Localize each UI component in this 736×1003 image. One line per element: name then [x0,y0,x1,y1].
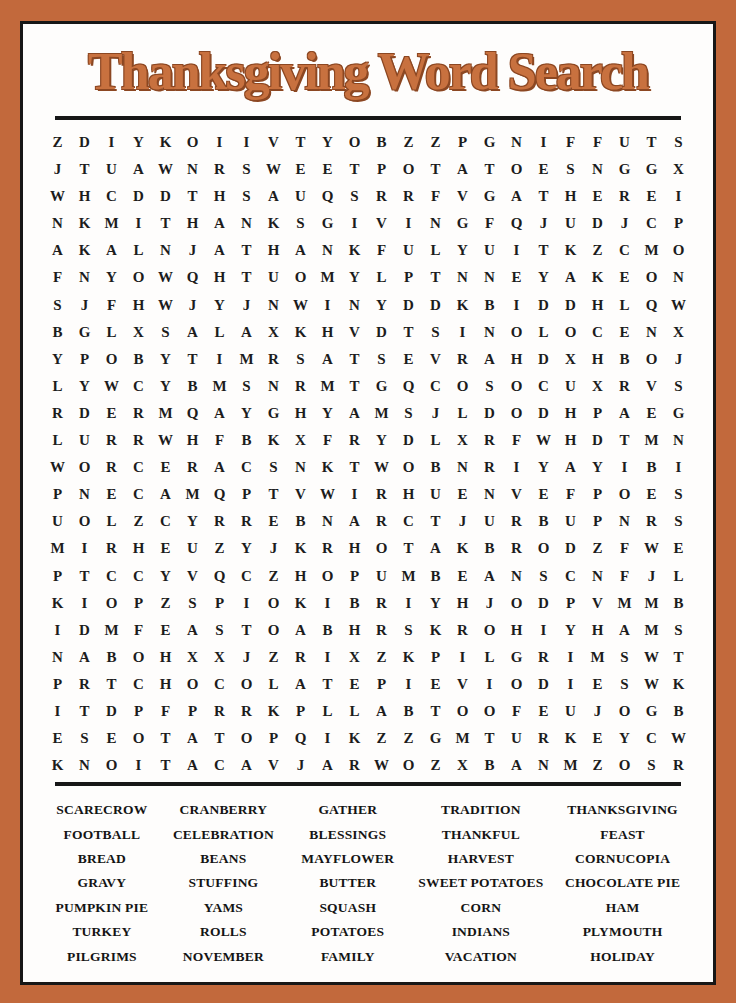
grid-cell: O [449,373,476,400]
grid-cell: J [422,400,449,427]
grid-cell: W [44,454,71,481]
grid-cell: W [638,671,665,698]
grid-cell: R [503,535,530,562]
grid-cell: Y [44,346,71,373]
word-list-column: CRANBERRYCELEBRATIONBEANSSTUFFINGYAMSROL… [163,798,284,969]
grid-cell: W [530,427,557,454]
grid-cell: H [584,617,611,644]
grid-cell: N [503,563,530,590]
grid-cell: C [125,454,152,481]
grid-cell: V [287,481,314,508]
grid-cell: H [287,400,314,427]
grid-cell: B [287,508,314,535]
grid-cell: G [638,156,665,183]
grid-cell: I [665,183,692,210]
grid-cell: N [665,264,692,291]
grid-cell: P [260,725,287,752]
grid-cell: K [287,590,314,617]
grid-cell: O [98,752,125,779]
grid-cell: I [449,319,476,346]
grid-cell: H [287,563,314,590]
grid-cell: I [665,454,692,481]
grid-cell: K [395,644,422,671]
grid-cell: C [422,373,449,400]
grid-cell: I [44,617,71,644]
grid-cell: A [44,237,71,264]
grid-cell: H [341,617,368,644]
grid-cell: F [476,210,503,237]
grid-cell: F [611,563,638,590]
grid-cell: N [449,454,476,481]
grid-cell: S [179,590,206,617]
word-item: YAMS [163,896,284,920]
grid-cell: T [341,373,368,400]
grid-cell: O [476,698,503,725]
grid-cell: M [638,427,665,454]
word-item: HARVEST [412,847,551,871]
grid-cell: R [341,752,368,779]
grid-cell: V [449,671,476,698]
grid-cell: V [341,319,368,346]
grid-cell: Y [422,590,449,617]
grid-cell: A [179,752,206,779]
grid-cell: R [125,400,152,427]
grid-cell: J [530,210,557,237]
grid-cell: I [341,210,368,237]
grid-cell: P [368,671,395,698]
grid-cell: C [638,725,665,752]
grid-cell: D [125,183,152,210]
grid-cell: N [260,292,287,319]
grid-cell: O [260,617,287,644]
grid-cell: A [476,346,503,373]
grid-cell: V [584,590,611,617]
grid-cell: A [476,563,503,590]
grid-cell: E [611,264,638,291]
grid-cell: Z [584,237,611,264]
grid-cell: V [260,752,287,779]
grid-cell: D [152,183,179,210]
grid-cell: Y [530,264,557,291]
grid-cell: H [179,210,206,237]
grid-cell: R [368,481,395,508]
grid-cell: R [341,427,368,454]
grid-cell: X [260,319,287,346]
grid-cell: Z [125,508,152,535]
word-list-column: SCARECROWFOOTBALLBREADGRAVYPUMPKIN PIETU… [47,798,157,969]
grid-cell: R [125,427,152,454]
grid-cell: O [395,752,422,779]
grid-cell: T [638,129,665,156]
grid-cell: Y [557,617,584,644]
grid-cell: F [611,535,638,562]
grid-cell: A [611,617,638,644]
grid-cell: G [368,373,395,400]
grid-cell: D [422,292,449,319]
grid-cell: Z [584,752,611,779]
word-item: TURKEY [47,920,157,944]
grid-cell: Z [422,752,449,779]
grid-cell: L [449,400,476,427]
word-item: FOOTBALL [47,823,157,847]
grid-cell: T [341,454,368,481]
grid-cell: D [557,535,584,562]
grid-cell: L [341,698,368,725]
grid-cell: R [611,183,638,210]
grid-cell: O [476,617,503,644]
grid-cell: Z [584,535,611,562]
grid-cell: K [665,671,692,698]
grid-cell: W [98,373,125,400]
grid-cell: E [260,508,287,535]
grid-cell: I [98,129,125,156]
grid-cell: B [611,346,638,373]
grid-cell: Q [395,373,422,400]
grid-cell: L [125,237,152,264]
grid-cell: B [368,129,395,156]
grid-cell: B [530,508,557,535]
grid-cell: T [665,644,692,671]
grid-cell: E [584,671,611,698]
grid-cell: N [530,752,557,779]
grid-cell: C [98,183,125,210]
grid-cell: P [206,590,233,617]
grid-cell: J [233,644,260,671]
grid-cell: S [611,644,638,671]
grid-cell: O [125,725,152,752]
grid-cell: F [557,129,584,156]
grid-cell: V [368,210,395,237]
grid-cell: G [638,698,665,725]
grid-cell: E [584,183,611,210]
grid-cell: T [71,563,98,590]
grid-cell: P [233,481,260,508]
grid-cell: J [665,346,692,373]
word-list-column: GATHERBLESSINGSMAYFLOWERBUTTERSQUASHPOTA… [290,798,406,969]
grid-cell: O [665,237,692,264]
grid-cell: G [611,156,638,183]
grid-cell: K [449,535,476,562]
grid-cell: J [71,292,98,319]
grid-cell: W [152,292,179,319]
grid-cell: I [530,129,557,156]
grid-cell: M [179,481,206,508]
grid-cell: O [233,725,260,752]
grid-cell: R [206,508,233,535]
grid-cell: A [449,156,476,183]
grid-cell: A [179,725,206,752]
grid-cell: T [179,346,206,373]
grid-cell: O [638,346,665,373]
grid-cell: C [125,563,152,590]
word-item: THANKSGIVING [556,798,689,822]
grid-cell: I [341,481,368,508]
grid-cell: S [395,400,422,427]
grid-cell: Z [152,590,179,617]
grid-cell: I [233,129,260,156]
grid-cell: P [125,698,152,725]
grid-cell: P [44,481,71,508]
grid-cell: A [206,210,233,237]
grid-cell: U [71,427,98,454]
grid-cell: E [530,481,557,508]
grid-cell: K [260,210,287,237]
grid-cell: R [449,346,476,373]
grid-cell: K [557,237,584,264]
grid-cell: O [179,671,206,698]
grid-cell: D [530,400,557,427]
grid-cell: T [71,698,98,725]
grid-cell: M [584,644,611,671]
grid-cell: E [395,346,422,373]
word-item: CRANBERRY [163,798,284,822]
grid-cell: D [530,292,557,319]
grid-cell: Q [206,563,233,590]
grid-cell: I [557,671,584,698]
grid-cell: J [260,535,287,562]
grid-cell: X [206,644,233,671]
grid-cell: B [44,319,71,346]
grid-cell: F [368,237,395,264]
grid-cell: H [179,427,206,454]
grid-cell: T [152,725,179,752]
grid-cell: T [341,156,368,183]
word-item: THANKFUL [412,823,551,847]
grid-cell: K [422,617,449,644]
grid-cell: L [368,264,395,291]
divider-line-bottom [55,782,681,786]
word-list-column: THANKSGIVINGFEASTCORNUCOPIACHOCOLATE PIE… [556,798,689,969]
grid-cell: B [98,644,125,671]
grid-cell: D [530,671,557,698]
grid-cell: E [152,617,179,644]
grid-cell: I [611,454,638,481]
grid-cell: T [476,725,503,752]
grid-cell: E [152,535,179,562]
grid-cell: C [125,373,152,400]
grid-cell: O [449,698,476,725]
grid-cell: A [314,346,341,373]
grid-cell: T [341,346,368,373]
grid-cell: Y [314,400,341,427]
grid-cell: M [206,373,233,400]
grid-cell: E [422,671,449,698]
grid-cell: S [44,292,71,319]
grid-cell: E [314,156,341,183]
grid-cell: A [71,644,98,671]
grid-cell: C [233,454,260,481]
grid-cell: A [503,183,530,210]
grid-cell: D [584,210,611,237]
grid-cell: P [422,644,449,671]
word-item: SCARECROW [47,798,157,822]
word-item: STUFFING [163,871,284,895]
grid-cell: M [314,373,341,400]
word-item: PILGRIMS [47,945,157,969]
grid-cell: N [638,319,665,346]
grid-cell: N [584,563,611,590]
grid-cell: U [503,725,530,752]
grid-cell: F [584,129,611,156]
grid-cell: Y [341,264,368,291]
grid-cell: L [206,319,233,346]
word-item: CORNUCOPIA [556,847,689,871]
puzzle-panel: Thanksgiving Word Search ZDIYKOIIVTYOBZZ… [20,21,716,985]
grid-cell: P [584,508,611,535]
grid-cell: P [341,563,368,590]
grid-cell: P [44,671,71,698]
grid-cell: I [314,590,341,617]
grid-cell: Y [233,535,260,562]
grid-cell: L [476,644,503,671]
grid-cell: A [260,183,287,210]
grid-cell: T [152,210,179,237]
grid-cell: Y [152,373,179,400]
grid-cell: O [530,535,557,562]
grid-cell: O [260,590,287,617]
grid-cell: U [557,508,584,535]
grid-cell: K [71,210,98,237]
grid-cell: I [233,590,260,617]
grid-cell: T [611,427,638,454]
grid-cell: C [584,319,611,346]
grid-cell: M [395,563,422,590]
grid-cell: S [287,346,314,373]
grid-cell: T [98,671,125,698]
grid-cell: P [449,129,476,156]
grid-cell: R [530,725,557,752]
word-item: MAYFLOWER [290,847,406,871]
grid-cell: M [638,237,665,264]
grid-cell: Z [395,725,422,752]
grid-cell: A [206,400,233,427]
grid-cell: U [395,237,422,264]
grid-cell: I [314,644,341,671]
grid-cell: D [557,292,584,319]
grid-cell: I [395,671,422,698]
grid-cell: D [476,400,503,427]
grid-cell: T [206,725,233,752]
grid-cell: P [179,698,206,725]
grid-cell: O [341,129,368,156]
grid-cell: D [530,590,557,617]
grid-cell: A [233,752,260,779]
grid-cell: E [611,319,638,346]
grid-cell: K [449,292,476,319]
grid-cell: V [422,346,449,373]
word-item: BUTTER [290,871,406,895]
grid-cell: K [557,725,584,752]
grid-cell: O [503,671,530,698]
grid-cell: Q [314,183,341,210]
grid-cell: Y [71,373,98,400]
grid-cell: E [638,400,665,427]
grid-cell: P [395,264,422,291]
grid-cell: P [44,563,71,590]
grid-cell: U [557,210,584,237]
grid-cell: Q [206,481,233,508]
grid-cell: R [611,373,638,400]
grid-cell: M [98,210,125,237]
grid-cell: I [314,292,341,319]
grid-cell: B [422,454,449,481]
grid-cell: U [98,156,125,183]
grid-cell: A [179,319,206,346]
grid-cell: G [449,210,476,237]
grid-cell: J [233,292,260,319]
grid-cell: N [314,237,341,264]
grid-cell: T [71,156,98,183]
grid-cell: Z [395,129,422,156]
grid-cell: F [314,427,341,454]
grid-cell: L [422,237,449,264]
grid-cell: B [476,752,503,779]
grid-cell: H [206,264,233,291]
grid-cell: W [314,481,341,508]
grid-cell: S [665,373,692,400]
grid-cell: T [233,264,260,291]
grid-cell: N [233,210,260,237]
grid-cell: O [557,319,584,346]
word-item: PUMPKIN PIE [47,896,157,920]
grid-cell: P [584,481,611,508]
grid-cell: K [341,237,368,264]
grid-cell: M [611,590,638,617]
grid-cell: K [71,237,98,264]
word-item: CELEBRATION [163,823,284,847]
grid-cell: H [71,183,98,210]
grid-cell: R [476,454,503,481]
grid-cell: S [260,454,287,481]
grid-cell: M [233,346,260,373]
grid-cell: H [557,400,584,427]
grid-cell: F [557,481,584,508]
grid-cell: D [368,319,395,346]
grid-cell: U [476,237,503,264]
grid-cell: S [368,346,395,373]
grid-cell: O [125,644,152,671]
word-item: HOLIDAY [556,945,689,969]
grid-cell: R [503,508,530,535]
grid-cell: U [422,481,449,508]
grid-cell: R [368,183,395,210]
grid-cell: X [665,156,692,183]
grid-cell: M [638,590,665,617]
word-item: FAMILY [290,945,406,969]
grid-cell: W [260,156,287,183]
word-item: BLESSINGS [290,823,406,847]
grid-cell: Y [179,508,206,535]
grid-cell: K [260,427,287,454]
grid-cell: Y [368,292,395,319]
grid-cell: P [71,346,98,373]
grid-cell: M [98,617,125,644]
grid-cell: U [368,563,395,590]
grid-cell: R [368,590,395,617]
word-item: SWEET POTATOES [412,871,551,895]
grid-cell: O [179,129,206,156]
grid-cell: N [422,210,449,237]
grid-cell: A [179,617,206,644]
grid-cell: Y [611,725,638,752]
grid-cell: Y [152,346,179,373]
grid-cell: N [476,264,503,291]
grid-cell: B [638,454,665,481]
grid-cell: U [260,264,287,291]
grid-cell: W [152,427,179,454]
grid-cell: K [44,590,71,617]
grid-cell: E [530,156,557,183]
